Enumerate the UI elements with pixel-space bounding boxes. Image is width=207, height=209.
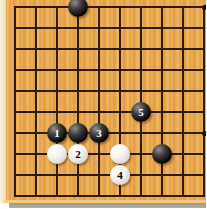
grid-line-horizontal <box>14 132 205 134</box>
star-point <box>202 131 207 136</box>
black-stone <box>68 123 88 143</box>
black-stone <box>68 0 88 17</box>
go-board[interactable]: 12345 <box>6 0 206 200</box>
grid-line-horizontal <box>14 48 205 50</box>
white-stone <box>68 144 88 164</box>
black-stone <box>89 123 109 143</box>
white-stone <box>47 144 67 164</box>
grid-line-vertical <box>14 6 16 197</box>
go-board-screenshot: 12345 <box>0 0 206 209</box>
black-stone <box>47 123 67 143</box>
board-shadow <box>9 203 206 208</box>
grid-line-vertical <box>161 6 163 197</box>
white-stone <box>110 144 130 164</box>
black-stone <box>131 102 151 122</box>
grid-line-vertical <box>98 6 100 197</box>
grid-line-horizontal <box>14 90 205 92</box>
grid-line-horizontal <box>14 195 205 197</box>
grid-line-horizontal <box>14 27 205 29</box>
grid-line-horizontal <box>14 69 205 71</box>
grid-line-vertical <box>77 6 79 197</box>
star-point <box>202 5 207 10</box>
grid-line-vertical <box>35 6 37 197</box>
grid-line-vertical <box>182 6 184 197</box>
black-stone <box>152 144 172 164</box>
white-stone <box>110 165 130 185</box>
grid-line-horizontal <box>14 111 205 113</box>
grid-line-vertical <box>203 6 205 197</box>
grid-line-vertical <box>56 6 58 197</box>
grid-line-horizontal <box>14 6 205 8</box>
